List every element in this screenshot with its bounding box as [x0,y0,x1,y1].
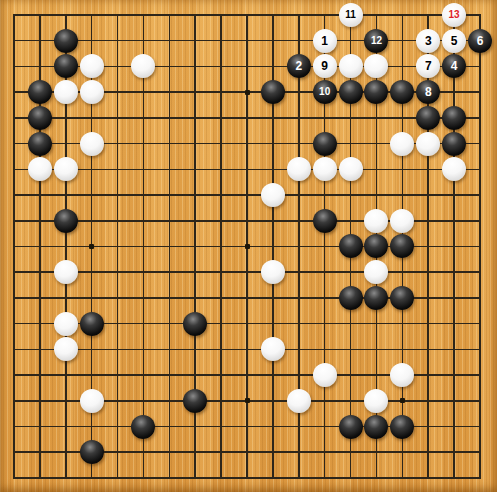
stone-white [261,337,285,361]
star-point [245,244,250,249]
move-number: 8 [425,86,432,98]
stone-white: 13 [442,3,466,27]
stone-black [339,80,363,104]
grid-line-horizontal [13,349,481,351]
stone-white [80,54,104,78]
stone-white [80,132,104,156]
stone-white [54,157,78,181]
move-number: 1 [321,35,328,47]
stone-black: 8 [416,80,440,104]
grid-line-vertical [453,14,455,478]
stone-black [80,312,104,336]
stone-black [183,389,207,413]
move-number: 11 [345,10,356,20]
stone-white [54,80,78,104]
stone-white [390,132,414,156]
stone-white [339,157,363,181]
stone-black [313,209,337,233]
stone-white [54,337,78,361]
stone-white [80,389,104,413]
stone-white [287,157,311,181]
stone-black [183,312,207,336]
stone-black [28,106,52,130]
move-number: 13 [449,10,460,20]
stone-black [416,106,440,130]
stone-black [364,234,388,258]
stone-black [442,132,466,156]
stone-white: 5 [442,29,466,53]
stone-white [131,54,155,78]
move-number: 10 [319,87,330,97]
stone-black [54,54,78,78]
stone-black [339,234,363,258]
stone-white [313,157,337,181]
stone-white [287,389,311,413]
stone-black [54,29,78,53]
stone-black [364,80,388,104]
stone-white [261,183,285,207]
stone-white [54,312,78,336]
stone-black [80,440,104,464]
stone-black: 12 [364,29,388,53]
move-number: 9 [321,60,328,72]
move-number: 6 [477,35,484,47]
stone-black: 2 [287,54,311,78]
stone-black [364,286,388,310]
stone-white [390,209,414,233]
stone-black [390,80,414,104]
stone-white: 9 [313,54,337,78]
stone-black [54,209,78,233]
stone-white: 3 [416,29,440,53]
stone-white [364,389,388,413]
stone-black [313,132,337,156]
stone-black [390,234,414,258]
stone-black [131,415,155,439]
stone-white [80,80,104,104]
star-point [89,244,94,249]
star-point [400,398,405,403]
stone-black [261,80,285,104]
stone-black [442,106,466,130]
stone-black [28,80,52,104]
move-number: 7 [425,60,432,72]
stone-white [364,209,388,233]
move-number: 5 [451,35,458,47]
stone-black [390,286,414,310]
stone-white [390,363,414,387]
star-point [245,90,250,95]
stone-black [339,286,363,310]
stone-white [442,157,466,181]
move-number: 12 [371,36,382,46]
stone-white: 11 [339,3,363,27]
stone-black [28,132,52,156]
stone-white: 7 [416,54,440,78]
stone-white [28,157,52,181]
stone-white [54,260,78,284]
go-board[interactable]: 11131123562974108 [0,0,497,492]
move-number: 4 [451,60,458,72]
move-number: 2 [295,60,302,72]
grid-line-horizontal [13,477,481,479]
stone-white [364,260,388,284]
stone-black: 6 [468,29,492,53]
stone-black [390,415,414,439]
move-number: 3 [425,35,432,47]
star-point [245,398,250,403]
stone-white [364,54,388,78]
stone-white [261,260,285,284]
grid-line-horizontal [13,271,481,273]
grid-line-vertical [479,14,481,478]
stone-black [339,415,363,439]
stone-white: 1 [313,29,337,53]
stone-black: 4 [442,54,466,78]
stone-white [339,54,363,78]
stone-black [364,415,388,439]
stone-white [313,363,337,387]
stone-black: 10 [313,80,337,104]
stone-white [416,132,440,156]
